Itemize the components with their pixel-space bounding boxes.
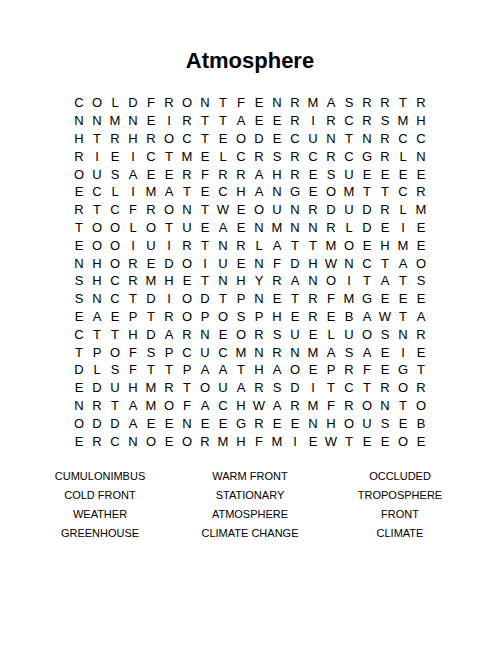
grid-cell-r12c19[interactable]: E	[394, 290, 412, 308]
grid-cell-r8c17[interactable]: D	[358, 219, 376, 237]
grid-cell-r18c20[interactable]: O	[412, 397, 430, 415]
grid-cell-r20c10[interactable]: H	[232, 432, 250, 450]
grid-cell-r8c19[interactable]: I	[394, 219, 412, 237]
grid-cell-r3c16[interactable]: T	[340, 130, 358, 148]
grid-cell-r13c20[interactable]: A	[412, 308, 430, 326]
grid-cell-r5c13[interactable]: R	[286, 165, 304, 183]
grid-cell-r14c3[interactable]: T	[106, 325, 124, 343]
grid-cell-r9c16[interactable]: O	[340, 236, 358, 254]
grid-cell-r4c9[interactable]: L	[214, 147, 232, 165]
grid-cell-r5c10[interactable]: R	[232, 165, 250, 183]
grid-cell-r7c15[interactable]: D	[322, 201, 340, 219]
grid-cell-r9c10[interactable]: R	[232, 236, 250, 254]
grid-cell-r17c13[interactable]: D	[286, 379, 304, 397]
grid-cell-r3c15[interactable]: N	[322, 130, 340, 148]
grid-cell-r9c3[interactable]: O	[106, 236, 124, 254]
grid-cell-r3c1[interactable]: H	[70, 130, 88, 148]
grid-cell-r14c18[interactable]: S	[376, 325, 394, 343]
grid-cell-r16c14[interactable]: E	[304, 361, 322, 379]
grid-cell-r14c7[interactable]: R	[178, 325, 196, 343]
grid-cell-r7c2[interactable]: T	[88, 201, 106, 219]
grid-cell-r17c7[interactable]: T	[178, 379, 196, 397]
grid-cell-r19c6[interactable]: E	[160, 414, 178, 432]
grid-cell-r10c20[interactable]: O	[412, 254, 430, 272]
grid-cell-r10c4[interactable]: R	[124, 254, 142, 272]
grid-cell-r17c4[interactable]: H	[124, 379, 142, 397]
grid-cell-r9c5[interactable]: U	[142, 236, 160, 254]
grid-cell-r1c12[interactable]: N	[268, 94, 286, 112]
grid-cell-r11c7[interactable]: E	[178, 272, 196, 290]
grid-cell-r10c8[interactable]: I	[196, 254, 214, 272]
grid-cell-r18c18[interactable]: N	[376, 397, 394, 415]
grid-cell-r12c15[interactable]: F	[322, 290, 340, 308]
grid-cell-r8c20[interactable]: E	[412, 219, 430, 237]
grid-cell-r15c12[interactable]: R	[268, 343, 286, 361]
grid-cell-r9c8[interactable]: T	[196, 236, 214, 254]
grid-cell-r8c8[interactable]: E	[196, 219, 214, 237]
grid-cell-r6c8[interactable]: E	[196, 183, 214, 201]
grid-cell-r3c6[interactable]: O	[160, 130, 178, 148]
grid-cell-r20c1[interactable]: E	[70, 432, 88, 450]
grid-cell-r5c14[interactable]: E	[304, 165, 322, 183]
grid-cell-r12c10[interactable]: P	[232, 290, 250, 308]
grid-cell-r1c7[interactable]: O	[178, 94, 196, 112]
grid-cell-r10c18[interactable]: T	[376, 254, 394, 272]
grid-cell-r6c10[interactable]: H	[232, 183, 250, 201]
grid-cell-r12c6[interactable]: I	[160, 290, 178, 308]
grid-cell-r4c2[interactable]: I	[88, 147, 106, 165]
grid-cell-r18c6[interactable]: O	[160, 397, 178, 415]
grid-cell-r6c5[interactable]: M	[142, 183, 160, 201]
grid-cell-r18c17[interactable]: O	[358, 397, 376, 415]
grid-cell-r12c3[interactable]: C	[106, 290, 124, 308]
grid-cell-r13c19[interactable]: T	[394, 308, 412, 326]
grid-cell-r6c13[interactable]: G	[286, 183, 304, 201]
grid-cell-r7c12[interactable]: U	[268, 201, 286, 219]
grid-cell-r1c8[interactable]: N	[196, 94, 214, 112]
grid-cell-r1c11[interactable]: E	[250, 94, 268, 112]
grid-cell-r2c20[interactable]: H	[412, 112, 430, 130]
grid-cell-r13c11[interactable]: P	[250, 308, 268, 326]
grid-cell-r17c5[interactable]: M	[142, 379, 160, 397]
grid-cell-r16c2[interactable]: L	[88, 361, 106, 379]
grid-cell-r18c10[interactable]: H	[232, 397, 250, 415]
grid-cell-r18c3[interactable]: T	[106, 397, 124, 415]
grid-cell-r2c12[interactable]: E	[268, 112, 286, 130]
grid-cell-r10c5[interactable]: E	[142, 254, 160, 272]
grid-cell-r8c9[interactable]: A	[214, 219, 232, 237]
grid-cell-r10c9[interactable]: U	[214, 254, 232, 272]
grid-cell-r8c1[interactable]: T	[70, 219, 88, 237]
grid-cell-r15c14[interactable]: M	[304, 343, 322, 361]
grid-cell-r17c15[interactable]: T	[322, 379, 340, 397]
grid-cell-r6c4[interactable]: I	[124, 183, 142, 201]
grid-cell-r7c4[interactable]: F	[124, 201, 142, 219]
grid-cell-r2c18[interactable]: S	[376, 112, 394, 130]
grid-cell-r3c5[interactable]: R	[142, 130, 160, 148]
grid-cell-r3c13[interactable]: C	[286, 130, 304, 148]
grid-cell-r8c18[interactable]: E	[376, 219, 394, 237]
grid-cell-r1c14[interactable]: M	[304, 94, 322, 112]
grid-cell-r9c13[interactable]: T	[286, 236, 304, 254]
grid-cell-r7c9[interactable]: W	[214, 201, 232, 219]
grid-cell-r3c3[interactable]: R	[106, 130, 124, 148]
grid-cell-r16c13[interactable]: O	[286, 361, 304, 379]
grid-cell-r16c8[interactable]: A	[196, 361, 214, 379]
grid-cell-r7c1[interactable]: R	[70, 201, 88, 219]
grid-cell-r6c2[interactable]: C	[88, 183, 106, 201]
grid-cell-r4c3[interactable]: E	[106, 147, 124, 165]
grid-cell-r5c19[interactable]: E	[394, 165, 412, 183]
grid-cell-r12c18[interactable]: E	[376, 290, 394, 308]
grid-cell-r10c17[interactable]: C	[358, 254, 376, 272]
grid-cell-r15c20[interactable]: E	[412, 343, 430, 361]
grid-cell-r16c3[interactable]: S	[106, 361, 124, 379]
grid-cell-r7c6[interactable]: O	[160, 201, 178, 219]
grid-cell-r1c19[interactable]: T	[394, 94, 412, 112]
grid-cell-r16c5[interactable]: T	[142, 361, 160, 379]
grid-cell-r8c3[interactable]: O	[106, 219, 124, 237]
grid-cell-r8c6[interactable]: T	[160, 219, 178, 237]
grid-cell-r2c19[interactable]: M	[394, 112, 412, 130]
grid-cell-r14c4[interactable]: H	[124, 325, 142, 343]
grid-cell-r16c1[interactable]: D	[70, 361, 88, 379]
grid-cell-r9c1[interactable]: E	[70, 236, 88, 254]
grid-cell-r11c8[interactable]: T	[196, 272, 214, 290]
grid-cell-r16c18[interactable]: E	[376, 361, 394, 379]
grid-cell-r13c9[interactable]: O	[214, 308, 232, 326]
grid-cell-r2c7[interactable]: R	[178, 112, 196, 130]
grid-cell-r3c17[interactable]: N	[358, 130, 376, 148]
grid-cell-r3c9[interactable]: E	[214, 130, 232, 148]
grid-cell-r2c1[interactable]: N	[70, 112, 88, 130]
grid-cell-r2c11[interactable]: E	[250, 112, 268, 130]
grid-cell-r6c12[interactable]: N	[268, 183, 286, 201]
grid-cell-r18c2[interactable]: R	[88, 397, 106, 415]
grid-cell-r15c18[interactable]: E	[376, 343, 394, 361]
grid-cell-r18c13[interactable]: R	[286, 397, 304, 415]
grid-cell-r10c12[interactable]: F	[268, 254, 286, 272]
grid-cell-r17c20[interactable]: R	[412, 379, 430, 397]
grid-cell-r3c7[interactable]: C	[178, 130, 196, 148]
grid-cell-r6c16[interactable]: M	[340, 183, 358, 201]
grid-cell-r8c14[interactable]: N	[304, 219, 322, 237]
grid-cell-r14c13[interactable]: U	[286, 325, 304, 343]
grid-cell-r3c2[interactable]: T	[88, 130, 106, 148]
grid-cell-r17c16[interactable]: C	[340, 379, 358, 397]
grid-cell-r13c7[interactable]: O	[178, 308, 196, 326]
grid-cell-r8c15[interactable]: R	[322, 219, 340, 237]
grid-cell-r19c5[interactable]: E	[142, 414, 160, 432]
grid-cell-r9c4[interactable]: I	[124, 236, 142, 254]
grid-cell-r3c4[interactable]: H	[124, 130, 142, 148]
grid-cell-r17c19[interactable]: O	[394, 379, 412, 397]
grid-cell-r20c11[interactable]: F	[250, 432, 268, 450]
grid-cell-r1c20[interactable]: R	[412, 94, 430, 112]
grid-cell-r4c20[interactable]: N	[412, 147, 430, 165]
grid-cell-r16c7[interactable]: P	[178, 361, 196, 379]
grid-cell-r8c5[interactable]: O	[142, 219, 160, 237]
grid-cell-r11c19[interactable]: T	[394, 272, 412, 290]
grid-cell-r3c11[interactable]: D	[250, 130, 268, 148]
grid-cell-r1c17[interactable]: R	[358, 94, 376, 112]
grid-cell-r5c6[interactable]: E	[160, 165, 178, 183]
grid-cell-r14c19[interactable]: N	[394, 325, 412, 343]
grid-cell-r5c20[interactable]: E	[412, 165, 430, 183]
grid-cell-r4c6[interactable]: T	[160, 147, 178, 165]
grid-cell-r10c6[interactable]: D	[160, 254, 178, 272]
grid-cell-r2c13[interactable]: R	[286, 112, 304, 130]
grid-cell-r4c1[interactable]: R	[70, 147, 88, 165]
grid-cell-r7c3[interactable]: C	[106, 201, 124, 219]
grid-cell-r3c14[interactable]: U	[304, 130, 322, 148]
grid-cell-r14c16[interactable]: U	[340, 325, 358, 343]
grid-cell-r13c15[interactable]: E	[322, 308, 340, 326]
grid-cell-r17c1[interactable]: E	[70, 379, 88, 397]
grid-cell-r7c19[interactable]: L	[394, 201, 412, 219]
grid-cell-r20c6[interactable]: E	[160, 432, 178, 450]
grid-cell-r14c6[interactable]: A	[160, 325, 178, 343]
grid-cell-r2c3[interactable]: M	[106, 112, 124, 130]
grid-cell-r18c16[interactable]: R	[340, 397, 358, 415]
grid-cell-r14c12[interactable]: S	[268, 325, 286, 343]
grid-cell-r15c13[interactable]: N	[286, 343, 304, 361]
grid-cell-r19c17[interactable]: U	[358, 414, 376, 432]
grid-cell-r5c5[interactable]: E	[142, 165, 160, 183]
grid-cell-r15c9[interactable]: C	[214, 343, 232, 361]
grid-cell-r14c9[interactable]: E	[214, 325, 232, 343]
grid-cell-r20c19[interactable]: O	[394, 432, 412, 450]
grid-cell-r15c3[interactable]: O	[106, 343, 124, 361]
grid-cell-r19c7[interactable]: N	[178, 414, 196, 432]
grid-cell-r11c14[interactable]: N	[304, 272, 322, 290]
grid-cell-r14c17[interactable]: O	[358, 325, 376, 343]
grid-cell-r15c1[interactable]: T	[70, 343, 88, 361]
grid-cell-r19c14[interactable]: N	[304, 414, 322, 432]
grid-cell-r20c8[interactable]: R	[196, 432, 214, 450]
grid-cell-r14c20[interactable]: R	[412, 325, 430, 343]
grid-cell-r16c11[interactable]: H	[250, 361, 268, 379]
grid-cell-r11c9[interactable]: N	[214, 272, 232, 290]
grid-cell-r2c4[interactable]: N	[124, 112, 142, 130]
grid-cell-r16c10[interactable]: T	[232, 361, 250, 379]
grid-cell-r17c6[interactable]: R	[160, 379, 178, 397]
grid-cell-r9c18[interactable]: H	[376, 236, 394, 254]
grid-cell-r12c1[interactable]: S	[70, 290, 88, 308]
grid-cell-r14c15[interactable]: L	[322, 325, 340, 343]
grid-cell-r1c2[interactable]: O	[88, 94, 106, 112]
grid-cell-r14c14[interactable]: E	[304, 325, 322, 343]
grid-cell-r17c3[interactable]: U	[106, 379, 124, 397]
grid-cell-r7c18[interactable]: R	[376, 201, 394, 219]
grid-cell-r6c11[interactable]: A	[250, 183, 268, 201]
grid-cell-r20c4[interactable]: N	[124, 432, 142, 450]
grid-cell-r2c9[interactable]: T	[214, 112, 232, 130]
grid-cell-r4c18[interactable]: R	[376, 147, 394, 165]
grid-cell-r4c12[interactable]: S	[268, 147, 286, 165]
grid-cell-r10c11[interactable]: N	[250, 254, 268, 272]
grid-cell-r11c2[interactable]: H	[88, 272, 106, 290]
grid-cell-r4c7[interactable]: M	[178, 147, 196, 165]
grid-cell-r16c4[interactable]: F	[124, 361, 142, 379]
grid-cell-r5c11[interactable]: A	[250, 165, 268, 183]
grid-cell-r1c18[interactable]: R	[376, 94, 394, 112]
grid-cell-r13c14[interactable]: R	[304, 308, 322, 326]
grid-cell-r1c3[interactable]: L	[106, 94, 124, 112]
grid-cell-r7c20[interactable]: M	[412, 201, 430, 219]
grid-cell-r12c16[interactable]: M	[340, 290, 358, 308]
grid-cell-r7c8[interactable]: T	[196, 201, 214, 219]
grid-cell-r13c5[interactable]: T	[142, 308, 160, 326]
grid-cell-r12c2[interactable]: N	[88, 290, 106, 308]
grid-cell-r13c16[interactable]: B	[340, 308, 358, 326]
grid-cell-r11c17[interactable]: T	[358, 272, 376, 290]
grid-cell-r1c6[interactable]: R	[160, 94, 178, 112]
grid-cell-r4c15[interactable]: R	[322, 147, 340, 165]
grid-cell-r3c10[interactable]: O	[232, 130, 250, 148]
grid-cell-r20c20[interactable]: E	[412, 432, 430, 450]
grid-cell-r1c1[interactable]: C	[70, 94, 88, 112]
grid-cell-r18c4[interactable]: A	[124, 397, 142, 415]
grid-cell-r14c5[interactable]: D	[142, 325, 160, 343]
grid-cell-r16c12[interactable]: A	[268, 361, 286, 379]
grid-cell-r6c19[interactable]: C	[394, 183, 412, 201]
grid-cell-r5c3[interactable]: S	[106, 165, 124, 183]
grid-cell-r19c10[interactable]: G	[232, 414, 250, 432]
grid-cell-r8c11[interactable]: N	[250, 219, 268, 237]
grid-cell-r13c10[interactable]: S	[232, 308, 250, 326]
grid-cell-r3c12[interactable]: E	[268, 130, 286, 148]
grid-cell-r1c5[interactable]: F	[142, 94, 160, 112]
grid-cell-r19c11[interactable]: R	[250, 414, 268, 432]
grid-cell-r12c20[interactable]: E	[412, 290, 430, 308]
grid-cell-r15c2[interactable]: P	[88, 343, 106, 361]
grid-cell-r10c10[interactable]: E	[232, 254, 250, 272]
grid-cell-r2c5[interactable]: E	[142, 112, 160, 130]
grid-cell-r18c19[interactable]: T	[394, 397, 412, 415]
grid-cell-r13c3[interactable]: E	[106, 308, 124, 326]
grid-cell-r17c9[interactable]: U	[214, 379, 232, 397]
grid-cell-r15c19[interactable]: I	[394, 343, 412, 361]
grid-cell-r5c7[interactable]: R	[178, 165, 196, 183]
grid-cell-r7c17[interactable]: D	[358, 201, 376, 219]
grid-cell-r17c8[interactable]: O	[196, 379, 214, 397]
grid-cell-r5c12[interactable]: H	[268, 165, 286, 183]
grid-cell-r19c4[interactable]: A	[124, 414, 142, 432]
grid-cell-r3c8[interactable]: T	[196, 130, 214, 148]
grid-cell-r6c9[interactable]: C	[214, 183, 232, 201]
grid-cell-r4c11[interactable]: R	[250, 147, 268, 165]
grid-cell-r2c17[interactable]: R	[358, 112, 376, 130]
grid-cell-r19c8[interactable]: E	[196, 414, 214, 432]
grid-cell-r13c2[interactable]: A	[88, 308, 106, 326]
grid-cell-r15c6[interactable]: P	[160, 343, 178, 361]
grid-cell-r9c9[interactable]: N	[214, 236, 232, 254]
grid-cell-r18c14[interactable]: M	[304, 397, 322, 415]
grid-cell-r8c13[interactable]: N	[286, 219, 304, 237]
grid-cell-r3c20[interactable]: C	[412, 130, 430, 148]
grid-cell-r13c12[interactable]: H	[268, 308, 286, 326]
grid-cell-r20c12[interactable]: M	[268, 432, 286, 450]
grid-cell-r12c8[interactable]: D	[196, 290, 214, 308]
grid-cell-r9c17[interactable]: E	[358, 236, 376, 254]
grid-cell-r4c10[interactable]: C	[232, 147, 250, 165]
grid-cell-r19c1[interactable]: O	[70, 414, 88, 432]
grid-cell-r8c10[interactable]: E	[232, 219, 250, 237]
grid-cell-r10c19[interactable]: A	[394, 254, 412, 272]
grid-cell-r17c2[interactable]: D	[88, 379, 106, 397]
grid-cell-r7c13[interactable]: N	[286, 201, 304, 219]
grid-cell-r20c17[interactable]: E	[358, 432, 376, 450]
grid-cell-r5c1[interactable]: O	[70, 165, 88, 183]
grid-cell-r8c4[interactable]: L	[124, 219, 142, 237]
grid-cell-r5c18[interactable]: E	[376, 165, 394, 183]
grid-cell-r20c5[interactable]: O	[142, 432, 160, 450]
grid-cell-r6c6[interactable]: A	[160, 183, 178, 201]
grid-cell-r9c20[interactable]: E	[412, 236, 430, 254]
grid-cell-r7c16[interactable]: U	[340, 201, 358, 219]
grid-cell-r17c12[interactable]: S	[268, 379, 286, 397]
grid-cell-r6c20[interactable]: R	[412, 183, 430, 201]
grid-cell-r15c7[interactable]: C	[178, 343, 196, 361]
grid-cell-r10c15[interactable]: W	[322, 254, 340, 272]
grid-cell-r6c1[interactable]: E	[70, 183, 88, 201]
grid-cell-r19c9[interactable]: E	[214, 414, 232, 432]
grid-cell-r12c5[interactable]: D	[142, 290, 160, 308]
grid-cell-r12c13[interactable]: T	[286, 290, 304, 308]
grid-cell-r13c4[interactable]: P	[124, 308, 142, 326]
grid-cell-r6c14[interactable]: E	[304, 183, 322, 201]
grid-cell-r18c8[interactable]: A	[196, 397, 214, 415]
grid-cell-r19c18[interactable]: S	[376, 414, 394, 432]
grid-cell-r11c20[interactable]: S	[412, 272, 430, 290]
grid-cell-r7c7[interactable]: N	[178, 201, 196, 219]
grid-cell-r2c15[interactable]: R	[322, 112, 340, 130]
grid-cell-r3c18[interactable]: R	[376, 130, 394, 148]
grid-cell-r5c2[interactable]: U	[88, 165, 106, 183]
grid-cell-r9c15[interactable]: M	[322, 236, 340, 254]
grid-cell-r6c7[interactable]: T	[178, 183, 196, 201]
grid-cell-r1c9[interactable]: T	[214, 94, 232, 112]
grid-cell-r18c15[interactable]: F	[322, 397, 340, 415]
grid-cell-r12c17[interactable]: G	[358, 290, 376, 308]
grid-cell-r5c4[interactable]: A	[124, 165, 142, 183]
grid-cell-r14c1[interactable]: C	[70, 325, 88, 343]
grid-cell-r17c10[interactable]: A	[232, 379, 250, 397]
grid-cell-r17c18[interactable]: R	[376, 379, 394, 397]
grid-cell-r15c5[interactable]: S	[142, 343, 160, 361]
grid-cell-r15c4[interactable]: F	[124, 343, 142, 361]
grid-cell-r15c15[interactable]: A	[322, 343, 340, 361]
grid-cell-r19c3[interactable]: D	[106, 414, 124, 432]
grid-cell-r7c11[interactable]: O	[250, 201, 268, 219]
grid-cell-r12c14[interactable]: R	[304, 290, 322, 308]
grid-cell-r9c6[interactable]: I	[160, 236, 178, 254]
grid-cell-r12c7[interactable]: O	[178, 290, 196, 308]
grid-cell-r16c6[interactable]: T	[160, 361, 178, 379]
grid-cell-r5c17[interactable]: E	[358, 165, 376, 183]
grid-cell-r15c16[interactable]: S	[340, 343, 358, 361]
grid-cell-r4c14[interactable]: C	[304, 147, 322, 165]
grid-cell-r1c15[interactable]: A	[322, 94, 340, 112]
grid-cell-r19c19[interactable]: E	[394, 414, 412, 432]
grid-cell-r19c15[interactable]: H	[322, 414, 340, 432]
grid-cell-r6c3[interactable]: L	[106, 183, 124, 201]
grid-cell-r10c3[interactable]: O	[106, 254, 124, 272]
grid-cell-r7c10[interactable]: E	[232, 201, 250, 219]
grid-cell-r15c8[interactable]: U	[196, 343, 214, 361]
grid-cell-r11c5[interactable]: M	[142, 272, 160, 290]
